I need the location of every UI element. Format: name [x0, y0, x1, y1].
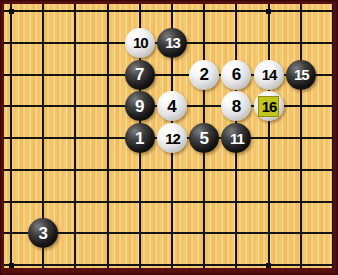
grid-line-horizontal	[4, 74, 333, 76]
grid-line-horizontal	[4, 264, 333, 266]
move-number-label: 3	[38, 225, 47, 242]
move-number-label: 16	[262, 99, 277, 114]
move-number-label: 1	[135, 130, 144, 147]
stone-white-14[interactable]: 14	[254, 60, 284, 90]
stone-black-1[interactable]: 1	[125, 123, 155, 153]
stone-white-12[interactable]: 12	[157, 123, 187, 153]
grid-line-horizontal	[4, 169, 333, 171]
stone-black-5[interactable]: 5	[189, 123, 219, 153]
star-point	[266, 263, 271, 268]
go-board[interactable]: 12345678910111213141516	[4, 4, 333, 268]
move-number-label: 8	[232, 98, 241, 115]
star-point	[9, 9, 14, 14]
move-number-label: 12	[165, 131, 180, 146]
star-point	[266, 9, 271, 14]
move-number-label: 6	[232, 66, 241, 83]
grid-line-horizontal	[4, 201, 333, 203]
stone-black-7[interactable]: 7	[125, 60, 155, 90]
stone-black-15[interactable]: 15	[286, 60, 316, 90]
move-number-label: 2	[199, 66, 208, 83]
stone-black-9[interactable]: 9	[125, 91, 155, 121]
move-number-label: 14	[262, 67, 277, 82]
move-number-label: 4	[167, 98, 176, 115]
go-diagram: 12345678910111213141516	[0, 0, 338, 275]
stone-white-2[interactable]: 2	[189, 60, 219, 90]
move-number-label: 13	[165, 35, 180, 50]
move-number-label: 9	[135, 98, 144, 115]
stone-white-16[interactable]: 16	[254, 91, 284, 121]
stone-black-11[interactable]: 11	[221, 123, 251, 153]
stone-white-8[interactable]: 8	[221, 91, 251, 121]
move-number-label: 10	[133, 35, 148, 50]
stone-white-10[interactable]: 10	[125, 28, 155, 58]
stone-black-3[interactable]: 3	[28, 218, 58, 248]
grid-line-horizontal	[4, 10, 333, 12]
move-number-label: 11	[230, 131, 244, 146]
star-point	[9, 263, 14, 268]
stone-black-13[interactable]: 13	[157, 28, 187, 58]
move-number-label: 7	[135, 66, 144, 83]
move-number-label: 15	[294, 67, 309, 82]
move-number-label: 5	[199, 130, 208, 147]
stone-white-4[interactable]: 4	[157, 91, 187, 121]
stone-white-6[interactable]: 6	[221, 60, 251, 90]
